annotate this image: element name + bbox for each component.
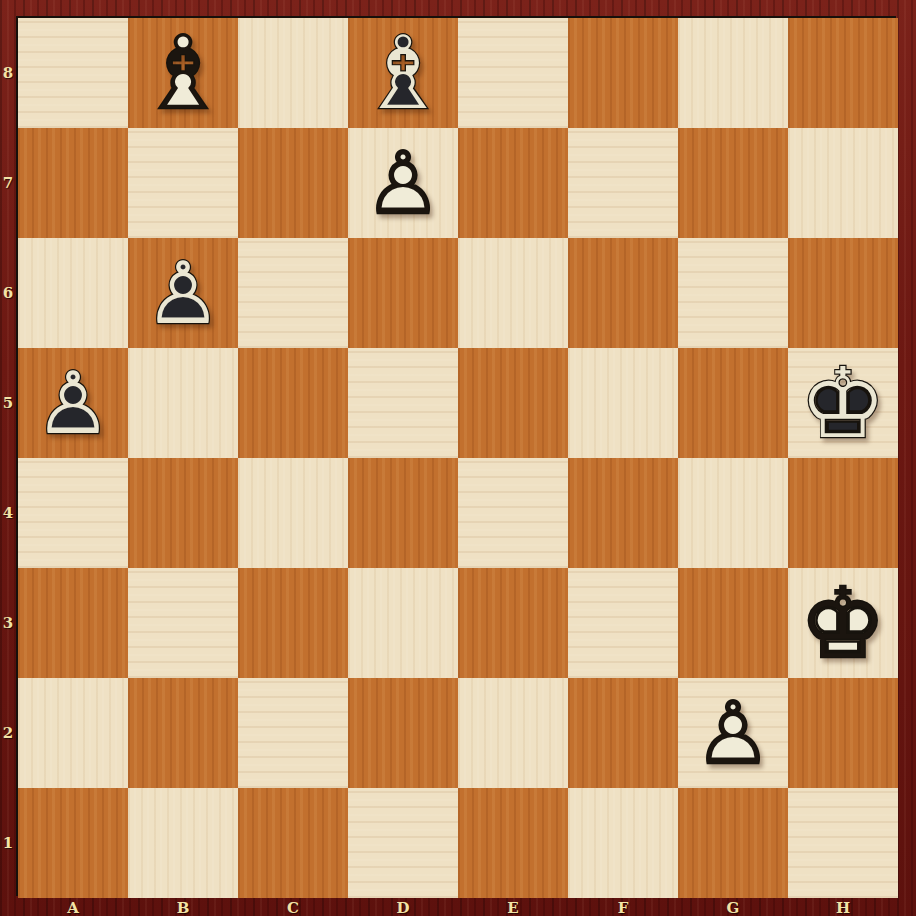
- square-h4[interactable]: [788, 458, 898, 568]
- square-b1[interactable]: [128, 788, 238, 898]
- file-label-f: F: [603, 901, 643, 916]
- black-pawn-b6[interactable]: ♟♙: [128, 238, 238, 348]
- rank-label-3: 3: [0, 614, 16, 632]
- square-f4[interactable]: [568, 458, 678, 568]
- square-e4[interactable]: [458, 458, 568, 568]
- square-f7[interactable]: [568, 128, 678, 238]
- square-h3[interactable]: ♚♔: [788, 568, 898, 678]
- square-d4[interactable]: [348, 458, 458, 568]
- square-h7[interactable]: [788, 128, 898, 238]
- square-f1[interactable]: [568, 788, 678, 898]
- file-label-h: H: [823, 901, 863, 916]
- square-a5[interactable]: ♟♙: [18, 348, 128, 458]
- pawn-glyph-detail: ♙: [348, 128, 458, 238]
- square-e6[interactable]: [458, 238, 568, 348]
- square-a2[interactable]: [18, 678, 128, 788]
- square-a6[interactable]: [18, 238, 128, 348]
- king-glyph-detail: ♔: [788, 348, 898, 458]
- rank-label-2: 2: [0, 724, 16, 742]
- square-e5[interactable]: [458, 348, 568, 458]
- square-c4[interactable]: [238, 458, 348, 568]
- square-f8[interactable]: [568, 18, 678, 128]
- file-label-g: G: [713, 901, 753, 916]
- square-c3[interactable]: [238, 568, 348, 678]
- file-label-b: B: [163, 901, 203, 916]
- white-bishop-b8[interactable]: ♝♗: [128, 18, 238, 128]
- rank-label-4: 4: [0, 504, 16, 522]
- pawn-glyph-detail: ♙: [678, 678, 788, 788]
- square-c6[interactable]: [238, 238, 348, 348]
- square-d7[interactable]: ♟♙: [348, 128, 458, 238]
- square-f2[interactable]: [568, 678, 678, 788]
- square-d5[interactable]: [348, 348, 458, 458]
- white-pawn-g2[interactable]: ♟♙: [678, 678, 788, 788]
- square-h5[interactable]: ♚♔: [788, 348, 898, 458]
- bishop-glyph-detail: ♗: [128, 18, 238, 128]
- pawn-glyph-detail: ♙: [128, 238, 238, 348]
- square-b3[interactable]: [128, 568, 238, 678]
- square-c5[interactable]: [238, 348, 348, 458]
- square-e8[interactable]: [458, 18, 568, 128]
- square-h2[interactable]: [788, 678, 898, 788]
- square-a7[interactable]: [18, 128, 128, 238]
- square-c1[interactable]: [238, 788, 348, 898]
- black-king-h5[interactable]: ♚♔: [788, 348, 898, 458]
- square-g2[interactable]: ♟♙: [678, 678, 788, 788]
- square-a4[interactable]: [18, 458, 128, 568]
- file-label-e: E: [493, 901, 533, 916]
- square-g8[interactable]: [678, 18, 788, 128]
- square-b8[interactable]: ♝♗: [128, 18, 238, 128]
- square-h1[interactable]: [788, 788, 898, 898]
- file-label-c: C: [273, 901, 313, 916]
- square-a1[interactable]: [18, 788, 128, 898]
- rank-label-1: 1: [0, 834, 16, 852]
- square-e3[interactable]: [458, 568, 568, 678]
- black-pawn-a5[interactable]: ♟♙: [18, 348, 128, 458]
- pawn-glyph-detail: ♙: [18, 348, 128, 458]
- square-d6[interactable]: [348, 238, 458, 348]
- black-bishop-d8[interactable]: ♝♗: [348, 18, 458, 128]
- square-g1[interactable]: [678, 788, 788, 898]
- square-d8[interactable]: ♝♗: [348, 18, 458, 128]
- white-king-h3[interactable]: ♚♔: [788, 568, 898, 678]
- square-b4[interactable]: [128, 458, 238, 568]
- square-h6[interactable]: [788, 238, 898, 348]
- king-glyph-detail: ♔: [788, 568, 898, 678]
- square-f5[interactable]: [568, 348, 678, 458]
- square-d2[interactable]: [348, 678, 458, 788]
- square-c2[interactable]: [238, 678, 348, 788]
- square-g5[interactable]: [678, 348, 788, 458]
- rank-label-5: 5: [0, 394, 16, 412]
- file-label-a: A: [53, 901, 93, 916]
- rank-label-6: 6: [0, 284, 16, 302]
- square-c7[interactable]: [238, 128, 348, 238]
- square-c8[interactable]: [238, 18, 348, 128]
- square-a3[interactable]: [18, 568, 128, 678]
- square-h8[interactable]: [788, 18, 898, 128]
- rank-label-8: 8: [0, 64, 16, 82]
- square-e1[interactable]: [458, 788, 568, 898]
- chess-board: ♝♗♝♗♟♙♟♙♟♙♚♔♚♔♟♙: [16, 16, 896, 896]
- chess-app: ♝♗♝♗♟♙♟♙♟♙♚♔♚♔♟♙ 87654321ABCDEFGH: [0, 0, 916, 916]
- square-b6[interactable]: ♟♙: [128, 238, 238, 348]
- square-e7[interactable]: [458, 128, 568, 238]
- square-b2[interactable]: [128, 678, 238, 788]
- square-b5[interactable]: [128, 348, 238, 458]
- white-pawn-d7[interactable]: ♟♙: [348, 128, 458, 238]
- square-b7[interactable]: [128, 128, 238, 238]
- square-d3[interactable]: [348, 568, 458, 678]
- square-g6[interactable]: [678, 238, 788, 348]
- square-g3[interactable]: [678, 568, 788, 678]
- square-d1[interactable]: [348, 788, 458, 898]
- square-g4[interactable]: [678, 458, 788, 568]
- square-e2[interactable]: [458, 678, 568, 788]
- square-f3[interactable]: [568, 568, 678, 678]
- file-label-d: D: [383, 901, 423, 916]
- square-a8[interactable]: [18, 18, 128, 128]
- rank-label-7: 7: [0, 174, 16, 192]
- bishop-glyph-detail: ♗: [348, 18, 458, 128]
- square-g7[interactable]: [678, 128, 788, 238]
- square-f6[interactable]: [568, 238, 678, 348]
